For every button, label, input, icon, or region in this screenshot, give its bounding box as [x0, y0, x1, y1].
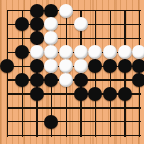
- black-stone[interactable]: [30, 59, 44, 73]
- white-stone[interactable]: [118, 45, 132, 59]
- white-stone[interactable]: [44, 31, 58, 45]
- black-stone[interactable]: [30, 73, 44, 87]
- black-stone[interactable]: [30, 17, 44, 31]
- go-board[interactable]: [0, 0, 144, 144]
- white-stone[interactable]: [74, 17, 88, 31]
- black-stone[interactable]: [103, 59, 117, 73]
- black-stone[interactable]: [15, 17, 29, 31]
- white-stone[interactable]: [132, 45, 144, 59]
- black-stone[interactable]: [15, 45, 29, 59]
- white-stone[interactable]: [44, 59, 58, 73]
- black-stone[interactable]: [44, 73, 58, 87]
- black-stone[interactable]: [0, 59, 14, 73]
- black-stone[interactable]: [30, 31, 44, 45]
- black-stone[interactable]: [30, 4, 44, 18]
- white-stone[interactable]: [59, 73, 73, 87]
- black-stone[interactable]: [44, 4, 58, 18]
- white-stone[interactable]: [30, 45, 44, 59]
- black-stone[interactable]: [118, 59, 132, 73]
- white-stone[interactable]: [44, 17, 58, 31]
- black-stone[interactable]: [15, 73, 29, 87]
- black-stone[interactable]: [44, 115, 58, 129]
- black-stone[interactable]: [30, 87, 44, 101]
- black-stone[interactable]: [88, 87, 102, 101]
- black-stone[interactable]: [132, 73, 144, 87]
- black-stone[interactable]: [88, 59, 102, 73]
- black-stone[interactable]: [74, 73, 88, 87]
- black-stone[interactable]: [118, 87, 132, 101]
- stones-layer: [0, 4, 144, 143]
- white-stone[interactable]: [74, 59, 88, 73]
- white-stone[interactable]: [88, 45, 102, 59]
- black-stone[interactable]: [103, 87, 117, 101]
- black-stone[interactable]: [74, 87, 88, 101]
- white-stone[interactable]: [74, 45, 88, 59]
- white-stone[interactable]: [103, 45, 117, 59]
- white-stone[interactable]: [59, 45, 73, 59]
- white-stone[interactable]: [59, 59, 73, 73]
- white-stone[interactable]: [44, 45, 58, 59]
- black-stone[interactable]: [132, 59, 144, 73]
- white-stone[interactable]: [59, 4, 73, 18]
